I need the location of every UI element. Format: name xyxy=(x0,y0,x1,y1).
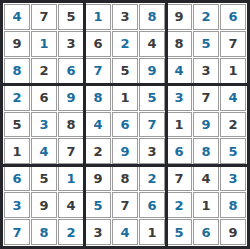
cell-r8c8[interactable]: 1 xyxy=(193,192,219,218)
cell-r1c3[interactable]: 5 xyxy=(58,4,84,30)
cell-r5c9[interactable]: 2 xyxy=(220,112,246,138)
cell-r9c3[interactable]: 2 xyxy=(58,219,84,245)
cell-r2c2[interactable]: 1 xyxy=(31,31,57,57)
cell-r5c2[interactable]: 3 xyxy=(31,112,57,138)
cell-r6c7[interactable]: 6 xyxy=(166,138,192,164)
cell-r4c7[interactable]: 3 xyxy=(166,85,192,111)
cell-r4c1[interactable]: 2 xyxy=(4,85,30,111)
cell-r7c8[interactable]: 4 xyxy=(193,165,219,191)
cell-r9c4[interactable]: 3 xyxy=(85,219,111,245)
cell-r1c1[interactable]: 4 xyxy=(4,4,30,30)
cell-r6c5[interactable]: 9 xyxy=(112,138,138,164)
cell-r1c8[interactable]: 2 xyxy=(193,4,219,30)
cell-r2c4[interactable]: 6 xyxy=(85,31,111,57)
cell-r4c5[interactable]: 1 xyxy=(112,85,138,111)
cell-r6c9[interactable]: 5 xyxy=(220,138,246,164)
cell-r5c3[interactable]: 8 xyxy=(58,112,84,138)
cell-r7c2[interactable]: 5 xyxy=(31,165,57,191)
cell-r9c7[interactable]: 5 xyxy=(166,219,192,245)
cell-r4c8[interactable]: 7 xyxy=(193,85,219,111)
cell-r7c5[interactable]: 8 xyxy=(112,165,138,191)
cell-r2c9[interactable]: 7 xyxy=(220,31,246,57)
cell-r6c1[interactable]: 1 xyxy=(4,138,30,164)
cell-r8c4[interactable]: 5 xyxy=(85,192,111,218)
cell-r5c1[interactable]: 5 xyxy=(4,112,30,138)
cell-r5c5[interactable]: 6 xyxy=(112,112,138,138)
cell-r6c4[interactable]: 2 xyxy=(85,138,111,164)
cell-r5c7[interactable]: 1 xyxy=(166,112,192,138)
cell-r4c3[interactable]: 9 xyxy=(58,85,84,111)
cell-r2c3[interactable]: 3 xyxy=(58,31,84,57)
sudoku-grid: 4751389269136248578267594312698153745384… xyxy=(4,4,246,245)
cell-r2c7[interactable]: 8 xyxy=(166,31,192,57)
cell-r9c5[interactable]: 4 xyxy=(112,219,138,245)
cell-r8c5[interactable]: 7 xyxy=(112,192,138,218)
cell-r1c6[interactable]: 8 xyxy=(139,4,165,30)
cell-r8c6[interactable]: 6 xyxy=(139,192,165,218)
cell-r3c9[interactable]: 1 xyxy=(220,58,246,84)
cell-r5c8[interactable]: 9 xyxy=(193,112,219,138)
cell-r7c6[interactable]: 2 xyxy=(139,165,165,191)
cell-r1c7[interactable]: 9 xyxy=(166,4,192,30)
cell-r7c4[interactable]: 9 xyxy=(85,165,111,191)
cell-r7c1[interactable]: 6 xyxy=(4,165,30,191)
cell-r6c3[interactable]: 7 xyxy=(58,138,84,164)
cell-r7c3[interactable]: 1 xyxy=(58,165,84,191)
cell-r9c1[interactable]: 7 xyxy=(4,219,30,245)
cell-r5c6[interactable]: 7 xyxy=(139,112,165,138)
cell-r2c5[interactable]: 2 xyxy=(112,31,138,57)
cell-r9c6[interactable]: 1 xyxy=(139,219,165,245)
cell-r6c8[interactable]: 8 xyxy=(193,138,219,164)
cell-r3c1[interactable]: 8 xyxy=(4,58,30,84)
cell-r8c7[interactable]: 2 xyxy=(166,192,192,218)
cell-r3c7[interactable]: 4 xyxy=(166,58,192,84)
cell-r9c8[interactable]: 6 xyxy=(193,219,219,245)
cell-r3c6[interactable]: 9 xyxy=(139,58,165,84)
cell-r3c8[interactable]: 3 xyxy=(193,58,219,84)
cell-r3c2[interactable]: 2 xyxy=(31,58,57,84)
cell-r7c7[interactable]: 7 xyxy=(166,165,192,191)
cell-r9c2[interactable]: 8 xyxy=(31,219,57,245)
sudoku-board: 4751389269136248578267594312698153745384… xyxy=(0,0,250,249)
cell-r9c9[interactable]: 9 xyxy=(220,219,246,245)
cell-r5c4[interactable]: 4 xyxy=(85,112,111,138)
cell-r3c3[interactable]: 6 xyxy=(58,58,84,84)
cell-r1c4[interactable]: 1 xyxy=(85,4,111,30)
cell-r3c4[interactable]: 7 xyxy=(85,58,111,84)
cell-r8c1[interactable]: 3 xyxy=(4,192,30,218)
cell-r8c3[interactable]: 4 xyxy=(58,192,84,218)
cell-r2c1[interactable]: 9 xyxy=(4,31,30,57)
cell-r1c5[interactable]: 3 xyxy=(112,4,138,30)
cell-r6c2[interactable]: 4 xyxy=(31,138,57,164)
cell-r4c4[interactable]: 8 xyxy=(85,85,111,111)
cell-r1c2[interactable]: 7 xyxy=(31,4,57,30)
cell-r2c6[interactable]: 4 xyxy=(139,31,165,57)
cell-r6c6[interactable]: 3 xyxy=(139,138,165,164)
cell-r8c9[interactable]: 8 xyxy=(220,192,246,218)
cell-r3c5[interactable]: 5 xyxy=(112,58,138,84)
cell-r7c9[interactable]: 3 xyxy=(220,165,246,191)
cell-r1c9[interactable]: 6 xyxy=(220,4,246,30)
cell-r4c2[interactable]: 6 xyxy=(31,85,57,111)
cell-r4c6[interactable]: 5 xyxy=(139,85,165,111)
cell-r4c9[interactable]: 4 xyxy=(220,85,246,111)
cell-r2c8[interactable]: 5 xyxy=(193,31,219,57)
cell-r8c2[interactable]: 9 xyxy=(31,192,57,218)
